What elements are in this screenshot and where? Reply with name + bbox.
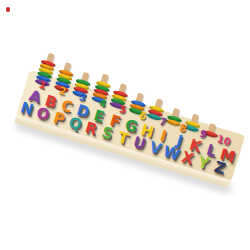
- puzzle-board: 12345678910 ABCDEFGHIJKLM NOPQRSTUVWXYZ: [16, 70, 245, 182]
- watermark-dot: [6, 7, 10, 12]
- product-photo: 12345678910 ABCDEFGHIJKLM NOPQRSTUVWXYZ: [0, 0, 250, 250]
